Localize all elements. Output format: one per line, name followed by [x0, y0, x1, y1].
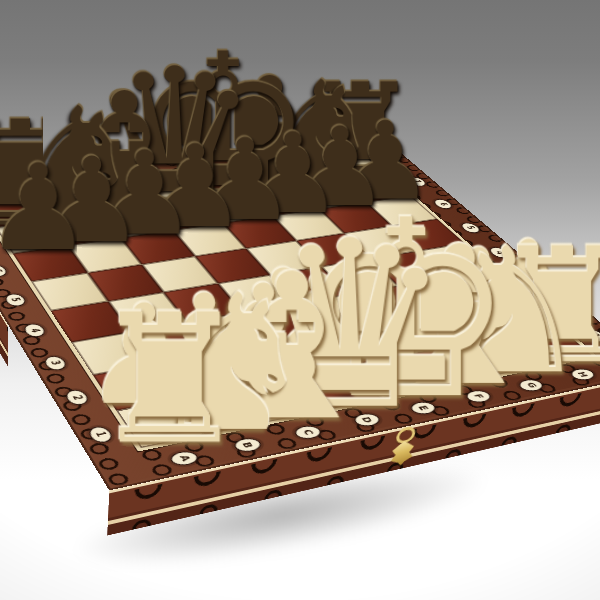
rank-disc-6: 6	[0, 264, 10, 278]
folding-chess-case: ABCDEFGH ABCDEFGH 87654321 87654321 ♜♞♝♛…	[0, 132, 600, 490]
latch-plate	[390, 439, 415, 468]
rank-label: 3	[49, 360, 62, 366]
rank-label: 5	[9, 297, 21, 302]
file-disc-A: A	[167, 449, 201, 467]
square-a7[interactable]: ♟	[0, 220, 68, 254]
piece-white-rook-a1[interactable]: ♜	[90, 291, 250, 437]
rank-disc-3: 3	[41, 355, 69, 372]
rank-disc-5: 5	[2, 292, 28, 307]
chess-set-3d-stage: ABCDEFGH ABCDEFGH 87654321 87654321 ♜♞♝♛…	[0, 132, 600, 490]
rank-label: 6	[0, 268, 3, 273]
product-photo-scene: ABCDEFGH ABCDEFGH 87654321 87654321 ♜♞♝♛…	[0, 0, 600, 600]
rank-label: 4	[28, 328, 41, 334]
board-top-face: ABCDEFGH ABCDEFGH 87654321 87654321 ♜♞♝♛…	[0, 132, 600, 490]
piece-black-pawn-a7[interactable]: ♟	[0, 148, 92, 246]
rank-disc-4: 4	[21, 323, 48, 339]
brass-latch-icon	[386, 424, 422, 470]
rank-label: 1	[93, 431, 107, 438]
rank-label: 2	[70, 394, 84, 400]
file-label: A	[177, 454, 192, 462]
